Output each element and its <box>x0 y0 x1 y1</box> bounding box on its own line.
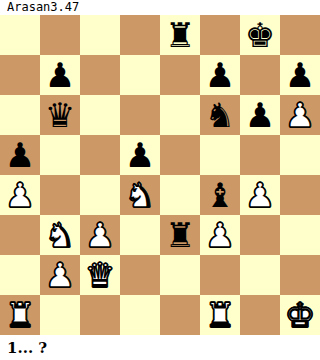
square-f4[interactable]: ♝ <box>200 175 240 215</box>
black-pawn: ♟ <box>45 55 75 95</box>
square-h7[interactable]: ♟ <box>280 55 320 95</box>
square-b6[interactable]: ♛ <box>40 95 80 135</box>
white-knight: ♞ <box>45 215 75 255</box>
white-pawn: ♟ <box>85 215 115 255</box>
move-prompt: 1... ? <box>0 335 320 360</box>
square-f8[interactable] <box>200 15 240 55</box>
square-h2[interactable] <box>280 255 320 295</box>
square-h6[interactable]: ♟ <box>280 95 320 135</box>
white-pawn: ♟ <box>205 215 235 255</box>
black-rook: ♜ <box>165 215 195 255</box>
black-pawn: ♟ <box>5 135 35 175</box>
square-d6[interactable] <box>120 95 160 135</box>
square-b7[interactable]: ♟ <box>40 55 80 95</box>
square-b5[interactable] <box>40 135 80 175</box>
square-f7[interactable]: ♟ <box>200 55 240 95</box>
white-rook: ♜ <box>5 295 35 335</box>
square-b1[interactable] <box>40 295 80 335</box>
square-e7[interactable] <box>160 55 200 95</box>
white-pawn: ♟ <box>45 255 75 295</box>
square-a8[interactable] <box>0 15 40 55</box>
black-king: ♚ <box>245 15 275 55</box>
black-pawn: ♟ <box>125 135 155 175</box>
square-f5[interactable] <box>200 135 240 175</box>
square-b2[interactable]: ♟ <box>40 255 80 295</box>
white-pawn: ♟ <box>5 175 35 215</box>
square-g8[interactable]: ♚ <box>240 15 280 55</box>
square-a5[interactable]: ♟ <box>0 135 40 175</box>
square-g1[interactable] <box>240 295 280 335</box>
square-g4[interactable]: ♟ <box>240 175 280 215</box>
black-bishop: ♝ <box>205 175 235 215</box>
square-d4[interactable]: ♞ <box>120 175 160 215</box>
black-rook: ♜ <box>165 15 195 55</box>
square-h8[interactable] <box>280 15 320 55</box>
square-f3[interactable]: ♟ <box>200 215 240 255</box>
square-c2[interactable]: ♛ <box>80 255 120 295</box>
square-c1[interactable] <box>80 295 120 335</box>
square-d2[interactable] <box>120 255 160 295</box>
square-c4[interactable] <box>80 175 120 215</box>
square-f6[interactable]: ♞ <box>200 95 240 135</box>
white-pawn: ♟ <box>245 175 275 215</box>
square-a7[interactable] <box>0 55 40 95</box>
square-h4[interactable] <box>280 175 320 215</box>
square-a2[interactable] <box>0 255 40 295</box>
square-e3[interactable]: ♜ <box>160 215 200 255</box>
square-b3[interactable]: ♞ <box>40 215 80 255</box>
white-king: ♚ <box>285 295 315 335</box>
square-d5[interactable]: ♟ <box>120 135 160 175</box>
square-e4[interactable] <box>160 175 200 215</box>
square-e5[interactable] <box>160 135 200 175</box>
square-d7[interactable] <box>120 55 160 95</box>
square-h1[interactable]: ♚ <box>280 295 320 335</box>
white-pawn: ♟ <box>285 95 315 135</box>
chess-board: ♜♚♟♟♟♛♞♟♟♟♟♟♞♝♟♞♟♜♟♟♛♜♜♚ <box>0 15 320 335</box>
square-a6[interactable] <box>0 95 40 135</box>
square-g7[interactable] <box>240 55 280 95</box>
square-e2[interactable] <box>160 255 200 295</box>
square-d8[interactable] <box>120 15 160 55</box>
square-e1[interactable] <box>160 295 200 335</box>
black-queen: ♛ <box>45 95 75 135</box>
square-e8[interactable]: ♜ <box>160 15 200 55</box>
square-a3[interactable] <box>0 215 40 255</box>
black-pawn: ♟ <box>245 95 275 135</box>
square-h3[interactable] <box>280 215 320 255</box>
white-rook: ♜ <box>205 295 235 335</box>
square-c5[interactable] <box>80 135 120 175</box>
black-pawn: ♟ <box>205 55 235 95</box>
square-c6[interactable] <box>80 95 120 135</box>
square-d3[interactable] <box>120 215 160 255</box>
square-g5[interactable] <box>240 135 280 175</box>
window-title: Arasan3.47 <box>0 0 320 15</box>
square-b8[interactable] <box>40 15 80 55</box>
white-knight: ♞ <box>125 175 155 215</box>
square-f1[interactable]: ♜ <box>200 295 240 335</box>
square-b4[interactable] <box>40 175 80 215</box>
square-g2[interactable] <box>240 255 280 295</box>
square-d1[interactable] <box>120 295 160 335</box>
square-g6[interactable]: ♟ <box>240 95 280 135</box>
square-f2[interactable] <box>200 255 240 295</box>
square-g3[interactable] <box>240 215 280 255</box>
square-a4[interactable]: ♟ <box>0 175 40 215</box>
square-c8[interactable] <box>80 15 120 55</box>
square-c3[interactable]: ♟ <box>80 215 120 255</box>
square-e6[interactable] <box>160 95 200 135</box>
square-c7[interactable] <box>80 55 120 95</box>
app-window: Arasan3.47 ♜♚♟♟♟♛♞♟♟♟♟♟♞♝♟♞♟♜♟♟♛♜♜♚ 1...… <box>0 0 320 360</box>
black-pawn: ♟ <box>285 55 315 95</box>
square-h5[interactable] <box>280 135 320 175</box>
white-queen: ♛ <box>85 255 115 295</box>
square-a1[interactable]: ♜ <box>0 295 40 335</box>
black-knight: ♞ <box>205 95 235 135</box>
